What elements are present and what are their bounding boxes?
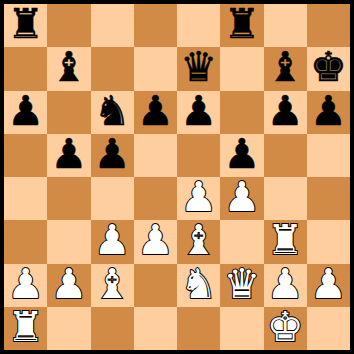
chess-board: ♜♜♝♛♝♚♟♞♟♟♟♟♟♟♟♟♟♟♟♝♜♟♟♝♞♛♟♟♜♚ [4, 4, 350, 350]
square-a1[interactable]: ♜ [4, 307, 47, 350]
white-pawn-icon: ♟ [94, 220, 131, 261]
white-pawn-icon: ♟ [180, 177, 217, 218]
square-h7[interactable]: ♚ [307, 47, 350, 90]
square-h4[interactable] [307, 177, 350, 220]
square-d8[interactable] [134, 4, 177, 47]
square-h2[interactable]: ♟ [307, 264, 350, 307]
white-rook-icon: ♜ [267, 220, 304, 261]
white-king-icon: ♚ [267, 307, 304, 348]
square-b6[interactable] [47, 91, 90, 134]
white-pawn-icon: ♟ [50, 264, 87, 305]
black-rook-icon: ♜ [223, 4, 260, 45]
square-a2[interactable]: ♟ [4, 264, 47, 307]
square-e7[interactable]: ♛ [177, 47, 220, 90]
square-c5[interactable]: ♟ [91, 134, 134, 177]
white-pawn-icon: ♟ [310, 264, 347, 305]
black-rook-icon: ♜ [7, 4, 44, 45]
black-pawn-icon: ♟ [7, 91, 44, 132]
square-a7[interactable] [4, 47, 47, 90]
white-bishop-icon: ♝ [180, 220, 217, 261]
square-c8[interactable] [91, 4, 134, 47]
black-knight-icon: ♞ [94, 91, 131, 132]
square-g6[interactable]: ♟ [264, 91, 307, 134]
square-b4[interactable] [47, 177, 90, 220]
black-king-icon: ♚ [310, 47, 347, 88]
square-d2[interactable] [134, 264, 177, 307]
square-g3[interactable]: ♜ [264, 220, 307, 263]
square-f7[interactable] [220, 47, 263, 90]
black-pawn-icon: ♟ [50, 134, 87, 175]
square-a8[interactable]: ♜ [4, 4, 47, 47]
square-c7[interactable] [91, 47, 134, 90]
square-h3[interactable] [307, 220, 350, 263]
square-g1[interactable]: ♚ [264, 307, 307, 350]
black-pawn-icon: ♟ [223, 134, 260, 175]
black-pawn-icon: ♟ [267, 91, 304, 132]
square-f1[interactable] [220, 307, 263, 350]
square-g4[interactable] [264, 177, 307, 220]
square-d3[interactable]: ♟ [134, 220, 177, 263]
square-f2[interactable]: ♛ [220, 264, 263, 307]
white-pawn-icon: ♟ [7, 264, 44, 305]
black-pawn-icon: ♟ [310, 91, 347, 132]
square-b7[interactable]: ♝ [47, 47, 90, 90]
white-queen-icon: ♛ [223, 264, 260, 305]
square-g8[interactable] [264, 4, 307, 47]
square-e4[interactable]: ♟ [177, 177, 220, 220]
square-c4[interactable] [91, 177, 134, 220]
black-bishop-icon: ♝ [50, 47, 87, 88]
white-pawn-icon: ♟ [137, 220, 174, 261]
square-b3[interactable] [47, 220, 90, 263]
square-g7[interactable]: ♝ [264, 47, 307, 90]
square-a6[interactable]: ♟ [4, 91, 47, 134]
square-g2[interactable]: ♟ [264, 264, 307, 307]
white-bishop-icon: ♝ [94, 264, 131, 305]
square-c6[interactable]: ♞ [91, 91, 134, 134]
square-h8[interactable] [307, 4, 350, 47]
square-e2[interactable]: ♞ [177, 264, 220, 307]
square-g5[interactable] [264, 134, 307, 177]
square-e1[interactable] [177, 307, 220, 350]
board-frame: ♜♜♝♛♝♚♟♞♟♟♟♟♟♟♟♟♟♟♟♝♜♟♟♝♞♛♟♟♜♚ [0, 0, 354, 354]
square-f4[interactable]: ♟ [220, 177, 263, 220]
black-pawn-icon: ♟ [137, 91, 174, 132]
square-h6[interactable]: ♟ [307, 91, 350, 134]
white-pawn-icon: ♟ [267, 264, 304, 305]
square-c3[interactable]: ♟ [91, 220, 134, 263]
square-b1[interactable] [47, 307, 90, 350]
square-e5[interactable] [177, 134, 220, 177]
square-d4[interactable] [134, 177, 177, 220]
square-e6[interactable]: ♟ [177, 91, 220, 134]
square-h5[interactable] [307, 134, 350, 177]
square-a3[interactable] [4, 220, 47, 263]
square-d7[interactable] [134, 47, 177, 90]
square-b5[interactable]: ♟ [47, 134, 90, 177]
square-a4[interactable] [4, 177, 47, 220]
square-f3[interactable] [220, 220, 263, 263]
square-c2[interactable]: ♝ [91, 264, 134, 307]
black-queen-icon: ♛ [180, 47, 217, 88]
white-rook-icon: ♜ [7, 307, 44, 348]
square-a5[interactable] [4, 134, 47, 177]
square-f6[interactable] [220, 91, 263, 134]
white-knight-icon: ♞ [180, 264, 217, 305]
black-pawn-icon: ♟ [94, 134, 131, 175]
square-f5[interactable]: ♟ [220, 134, 263, 177]
white-pawn-icon: ♟ [223, 177, 260, 218]
black-bishop-icon: ♝ [267, 47, 304, 88]
square-d5[interactable] [134, 134, 177, 177]
square-h1[interactable] [307, 307, 350, 350]
black-pawn-icon: ♟ [180, 91, 217, 132]
square-d6[interactable]: ♟ [134, 91, 177, 134]
square-d1[interactable] [134, 307, 177, 350]
square-e8[interactable] [177, 4, 220, 47]
square-b8[interactable] [47, 4, 90, 47]
square-c1[interactable] [91, 307, 134, 350]
square-f8[interactable]: ♜ [220, 4, 263, 47]
square-e3[interactable]: ♝ [177, 220, 220, 263]
square-b2[interactable]: ♟ [47, 264, 90, 307]
